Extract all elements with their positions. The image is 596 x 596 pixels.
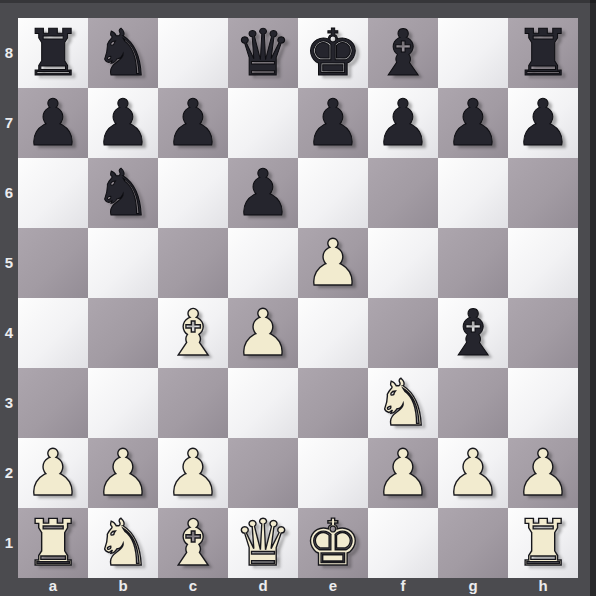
white-pawn-piece: ♟ [94, 438, 151, 508]
square-f2[interactable]: ♟ [368, 438, 438, 508]
square-f6[interactable] [368, 158, 438, 228]
white-rook-piece: ♜ [514, 508, 571, 578]
square-h6[interactable] [508, 158, 578, 228]
rank-labels: 87654321 [0, 18, 18, 578]
square-b6[interactable]: ♞ [88, 158, 158, 228]
square-h2[interactable]: ♟ [508, 438, 578, 508]
white-king-piece: ♚ [304, 508, 361, 578]
black-pawn-piece: ♟ [444, 88, 501, 158]
square-d5[interactable] [228, 228, 298, 298]
black-knight-piece: ♞ [94, 18, 151, 88]
square-b5[interactable] [88, 228, 158, 298]
square-c2[interactable]: ♟ [158, 438, 228, 508]
square-h8[interactable]: ♜ [508, 18, 578, 88]
square-g6[interactable] [438, 158, 508, 228]
square-h1[interactable]: ♜ [508, 508, 578, 578]
square-b4[interactable] [88, 298, 158, 368]
square-g1[interactable] [438, 508, 508, 578]
white-pawn-piece: ♟ [164, 438, 221, 508]
square-f7[interactable]: ♟ [368, 88, 438, 158]
square-a5[interactable] [18, 228, 88, 298]
square-a7[interactable]: ♟ [18, 88, 88, 158]
square-c3[interactable] [158, 368, 228, 438]
white-pawn-piece: ♟ [514, 438, 571, 508]
white-pawn-piece: ♟ [234, 298, 291, 368]
file-label-g: g [438, 578, 508, 596]
square-e6[interactable] [298, 158, 368, 228]
board: ♜♞♛♚♝♜♟♟♟♟♟♟♟♞♟♟♝♟♝♞♟♟♟♟♟♟♜♞♝♛♚♜ [18, 18, 578, 578]
square-c5[interactable] [158, 228, 228, 298]
square-f5[interactable] [368, 228, 438, 298]
square-d3[interactable] [228, 368, 298, 438]
square-b7[interactable]: ♟ [88, 88, 158, 158]
black-bishop-piece: ♝ [374, 18, 431, 88]
square-a8[interactable]: ♜ [18, 18, 88, 88]
square-g2[interactable]: ♟ [438, 438, 508, 508]
black-pawn-piece: ♟ [374, 88, 431, 158]
rank-label-4: 4 [0, 298, 18, 368]
square-d8[interactable]: ♛ [228, 18, 298, 88]
black-pawn-piece: ♟ [234, 158, 291, 228]
square-f8[interactable]: ♝ [368, 18, 438, 88]
square-h3[interactable] [508, 368, 578, 438]
white-pawn-piece: ♟ [444, 438, 501, 508]
black-pawn-piece: ♟ [304, 88, 361, 158]
white-queen-piece: ♛ [234, 508, 291, 578]
black-bishop-piece: ♝ [444, 298, 501, 368]
square-d4[interactable]: ♟ [228, 298, 298, 368]
square-g5[interactable] [438, 228, 508, 298]
file-label-a: a [18, 578, 88, 596]
square-a1[interactable]: ♜ [18, 508, 88, 578]
square-c8[interactable] [158, 18, 228, 88]
file-label-c: c [158, 578, 228, 596]
square-c6[interactable] [158, 158, 228, 228]
square-h5[interactable] [508, 228, 578, 298]
square-b1[interactable]: ♞ [88, 508, 158, 578]
file-label-e: e [298, 578, 368, 596]
white-knight-piece: ♞ [94, 508, 151, 578]
black-king-piece: ♚ [304, 18, 361, 88]
white-bishop-piece: ♝ [164, 508, 221, 578]
black-knight-piece: ♞ [94, 158, 151, 228]
square-f3[interactable]: ♞ [368, 368, 438, 438]
black-pawn-piece: ♟ [24, 88, 81, 158]
black-rook-piece: ♜ [514, 18, 571, 88]
square-g8[interactable] [438, 18, 508, 88]
square-b8[interactable]: ♞ [88, 18, 158, 88]
file-label-h: h [508, 578, 578, 596]
square-e7[interactable]: ♟ [298, 88, 368, 158]
square-g7[interactable]: ♟ [438, 88, 508, 158]
square-a4[interactable] [18, 298, 88, 368]
square-e5[interactable]: ♟ [298, 228, 368, 298]
black-pawn-piece: ♟ [514, 88, 571, 158]
square-b2[interactable]: ♟ [88, 438, 158, 508]
file-labels: abcdefgh [18, 578, 578, 596]
square-b3[interactable] [88, 368, 158, 438]
square-d7[interactable] [228, 88, 298, 158]
square-d2[interactable] [228, 438, 298, 508]
white-rook-piece: ♜ [24, 508, 81, 578]
square-d1[interactable]: ♛ [228, 508, 298, 578]
black-pawn-piece: ♟ [94, 88, 151, 158]
file-label-d: d [228, 578, 298, 596]
black-queen-piece: ♛ [234, 18, 291, 88]
square-f1[interactable] [368, 508, 438, 578]
white-pawn-piece: ♟ [24, 438, 81, 508]
rank-label-2: 2 [0, 438, 18, 508]
rank-label-8: 8 [0, 18, 18, 88]
rank-label-6: 6 [0, 158, 18, 228]
square-a3[interactable] [18, 368, 88, 438]
square-a6[interactable] [18, 158, 88, 228]
rank-label-5: 5 [0, 228, 18, 298]
square-e2[interactable] [298, 438, 368, 508]
white-pawn-piece: ♟ [304, 228, 361, 298]
square-e1[interactable]: ♚ [298, 508, 368, 578]
square-f4[interactable] [368, 298, 438, 368]
chess-board-frame: 87654321 ♜♞♛♚♝♜♟♟♟♟♟♟♟♞♟♟♝♟♝♞♟♟♟♟♟♟♜♞♝♛♚… [0, 0, 596, 596]
square-g4[interactable]: ♝ [438, 298, 508, 368]
square-h7[interactable]: ♟ [508, 88, 578, 158]
square-e3[interactable] [298, 368, 368, 438]
square-c4[interactable]: ♝ [158, 298, 228, 368]
square-c1[interactable]: ♝ [158, 508, 228, 578]
file-label-f: f [368, 578, 438, 596]
square-e8[interactable]: ♚ [298, 18, 368, 88]
square-d6[interactable]: ♟ [228, 158, 298, 228]
file-label-b: b [88, 578, 158, 596]
white-pawn-piece: ♟ [374, 438, 431, 508]
square-g3[interactable] [438, 368, 508, 438]
black-rook-piece: ♜ [24, 18, 81, 88]
square-h4[interactable] [508, 298, 578, 368]
white-bishop-piece: ♝ [164, 298, 221, 368]
square-e4[interactable] [298, 298, 368, 368]
white-knight-piece: ♞ [374, 368, 431, 438]
rank-label-1: 1 [0, 508, 18, 578]
square-c7[interactable]: ♟ [158, 88, 228, 158]
rank-label-7: 7 [0, 88, 18, 158]
black-pawn-piece: ♟ [164, 88, 221, 158]
rank-label-3: 3 [0, 368, 18, 438]
square-a2[interactable]: ♟ [18, 438, 88, 508]
